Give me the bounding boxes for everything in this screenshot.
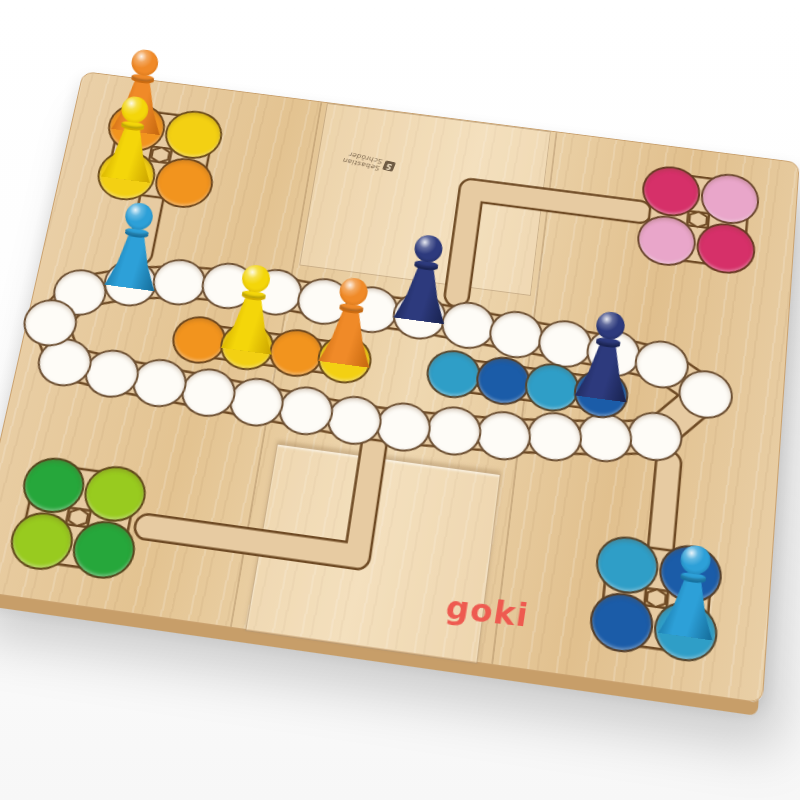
pawn-navy-7[interactable] [575,308,639,403]
pawn-head [596,310,627,341]
pawn-navy-6[interactable] [394,232,457,325]
pawn-head [241,263,271,293]
pawn-head [131,48,160,77]
ludo-board: S Sebastian Schröder goki [0,71,800,703]
pawn-yellow-4[interactable] [221,261,284,355]
photo-background: S Sebastian Schröder goki [0,0,800,800]
pawn-head [679,544,711,576]
pawn-body [575,341,634,402]
pawn-body [394,264,452,324]
pawn-head [124,201,154,231]
pawn-cyan-3[interactable] [104,199,166,291]
pawn-body [221,294,279,355]
pawn-orange-5[interactable] [318,274,381,368]
pawn-cyan-8[interactable] [658,541,725,641]
pawn-head [121,95,150,124]
pawn-body [658,576,720,641]
pawn-yellow-2[interactable] [101,93,161,183]
pawn-head [338,276,368,306]
pawn-body [101,125,157,183]
pawn-head [414,234,444,264]
pawn-body [104,231,161,291]
pawn-body [318,307,377,368]
